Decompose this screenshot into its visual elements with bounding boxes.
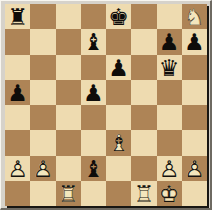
square-c4[interactable] [56,105,81,130]
piece-white-bishop-icon[interactable]: ♝♗ [106,130,131,155]
square-e5[interactable] [106,80,131,105]
square-g7[interactable]: ♟ [157,29,182,54]
piece-black-pawn-icon[interactable]: ♟ [106,55,131,80]
chess-diagram-frame: ♜♚♞♘♝♟♟♟♛♟♟♝♗♟♙♟♙♝♟♙♟♙♜♖♜♖♚♔ [0,0,212,210]
piece-black-bishop-icon[interactable]: ♝ [81,29,106,54]
square-e8[interactable]: ♚ [106,4,131,29]
square-c5[interactable] [56,80,81,105]
piece-black-bishop-icon[interactable]: ♝ [81,156,106,181]
piece-white-rook-icon[interactable]: ♜♖ [131,181,156,206]
square-d3[interactable] [81,130,106,155]
square-b5[interactable] [30,80,55,105]
piece-black-rook-icon[interactable]: ♜ [5,4,30,29]
square-d5[interactable]: ♟ [81,80,106,105]
square-c6[interactable] [56,55,81,80]
piece-fill: ♛ [157,55,182,80]
square-a6[interactable] [5,55,30,80]
square-e7[interactable] [106,29,131,54]
piece-white-pawn-icon[interactable]: ♟♙ [30,156,55,181]
square-a5[interactable]: ♟ [5,80,30,105]
piece-outline: ♖ [131,181,156,206]
square-a4[interactable] [5,105,30,130]
square-b2[interactable]: ♟♙ [30,156,55,181]
square-e4[interactable] [106,105,131,130]
square-h4[interactable] [182,105,207,130]
square-g1[interactable]: ♚♔ [157,181,182,206]
piece-fill: ♟ [5,80,30,105]
square-h7[interactable]: ♟ [182,29,207,54]
square-d6[interactable] [81,55,106,80]
piece-outline: ♙ [157,156,182,181]
chess-board: ♜♚♞♘♝♟♟♟♛♟♟♝♗♟♙♟♙♝♟♙♟♙♜♖♜♖♚♔ [5,4,207,206]
square-g4[interactable] [157,105,182,130]
square-g5[interactable] [157,80,182,105]
square-h5[interactable] [182,80,207,105]
piece-fill: ♚ [106,4,131,29]
square-e1[interactable] [106,181,131,206]
square-h8[interactable]: ♞♘ [182,4,207,29]
piece-outline: ♗ [106,130,131,155]
square-g6[interactable]: ♛ [157,55,182,80]
piece-white-king-icon[interactable]: ♚♔ [157,181,182,206]
square-e2[interactable] [106,156,131,181]
square-g3[interactable] [157,130,182,155]
piece-black-pawn-icon[interactable]: ♟ [5,80,30,105]
square-a8[interactable]: ♜ [5,4,30,29]
square-d4[interactable] [81,105,106,130]
piece-white-pawn-icon[interactable]: ♟♙ [5,156,30,181]
piece-white-pawn-icon[interactable]: ♟♙ [157,156,182,181]
square-f5[interactable] [131,80,156,105]
piece-fill: ♝ [81,156,106,181]
piece-black-pawn-icon[interactable]: ♟ [157,29,182,54]
square-b4[interactable] [30,105,55,130]
piece-fill: ♝ [81,29,106,54]
square-d1[interactable] [81,181,106,206]
square-b7[interactable] [30,29,55,54]
square-f1[interactable]: ♜♖ [131,181,156,206]
square-h1[interactable] [182,181,207,206]
square-c7[interactable] [56,29,81,54]
piece-white-rook-icon[interactable]: ♜♖ [56,181,81,206]
square-c2[interactable] [56,156,81,181]
square-d2[interactable]: ♝ [81,156,106,181]
square-f3[interactable] [131,130,156,155]
square-f2[interactable] [131,156,156,181]
square-g8[interactable] [157,4,182,29]
piece-black-king-icon[interactable]: ♚ [106,4,131,29]
square-f4[interactable] [131,105,156,130]
square-c1[interactable]: ♜♖ [56,181,81,206]
piece-fill: ♟ [182,29,207,54]
piece-fill: ♟ [106,55,131,80]
square-f8[interactable] [131,4,156,29]
square-a3[interactable] [5,130,30,155]
piece-outline: ♔ [157,181,182,206]
piece-fill: ♟ [157,29,182,54]
piece-black-pawn-icon[interactable]: ♟ [182,29,207,54]
square-a1[interactable] [5,181,30,206]
square-f7[interactable] [131,29,156,54]
square-f6[interactable] [131,55,156,80]
piece-fill: ♜ [5,4,30,29]
square-a2[interactable]: ♟♙ [5,156,30,181]
piece-outline: ♙ [30,156,55,181]
square-b8[interactable] [30,4,55,29]
square-d7[interactable]: ♝ [81,29,106,54]
piece-outline: ♙ [182,156,207,181]
piece-outline: ♘ [182,4,207,29]
piece-outline: ♖ [56,181,81,206]
square-b3[interactable] [30,130,55,155]
square-e6[interactable]: ♟ [106,55,131,80]
square-h6[interactable] [182,55,207,80]
square-e3[interactable]: ♝♗ [106,130,131,155]
piece-black-queen-icon[interactable]: ♛ [157,55,182,80]
square-b1[interactable] [30,181,55,206]
square-g2[interactable]: ♟♙ [157,156,182,181]
square-h3[interactable] [182,130,207,155]
piece-black-pawn-icon[interactable]: ♟ [81,80,106,105]
square-c3[interactable] [56,130,81,155]
piece-white-pawn-icon[interactable]: ♟♙ [182,156,207,181]
piece-outline: ♙ [5,156,30,181]
square-b6[interactable] [30,55,55,80]
piece-white-knight-icon[interactable]: ♞♘ [182,4,207,29]
square-a7[interactable] [5,29,30,54]
square-c8[interactable] [56,4,81,29]
square-h2[interactable]: ♟♙ [182,156,207,181]
square-d8[interactable] [81,4,106,29]
piece-fill: ♟ [81,80,106,105]
